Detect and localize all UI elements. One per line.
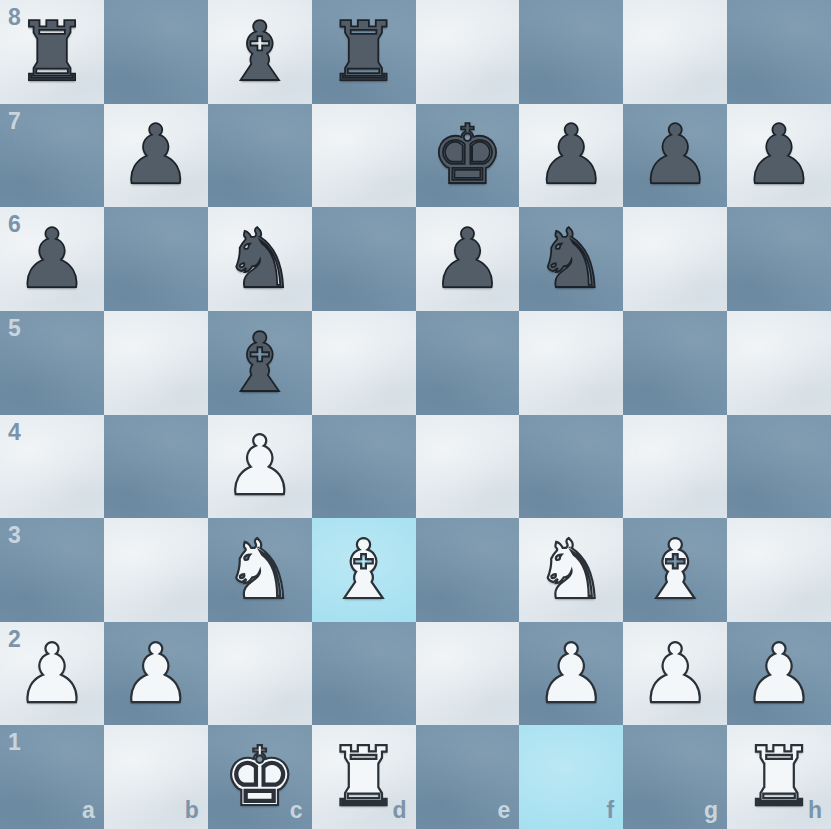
piece-white-pawn[interactable]: ♟ — [727, 622, 831, 726]
square-a4[interactable]: 4 — [0, 415, 104, 519]
square-c1[interactable]: c♚ — [208, 725, 312, 829]
square-e6[interactable]: ♟ — [416, 207, 520, 311]
square-h3[interactable] — [727, 518, 831, 622]
rank-label-3: 3 — [8, 524, 21, 547]
square-e2[interactable] — [416, 622, 520, 726]
file-label-e: e — [498, 799, 511, 822]
square-a5[interactable]: 5 — [0, 311, 104, 415]
piece-white-pawn[interactable]: ♟ — [104, 622, 208, 726]
square-c5[interactable]: ♝ — [208, 311, 312, 415]
square-h8[interactable] — [727, 0, 831, 104]
square-b2[interactable]: ♟ — [104, 622, 208, 726]
rank-label-1: 1 — [8, 731, 21, 754]
square-e8[interactable] — [416, 0, 520, 104]
piece-black-bishop[interactable]: ♝ — [208, 0, 312, 104]
rank-label-2: 2 — [8, 628, 21, 651]
square-f7[interactable]: ♟ — [519, 104, 623, 208]
square-b3[interactable] — [104, 518, 208, 622]
file-label-a: a — [82, 799, 95, 822]
square-g1[interactable]: g — [623, 725, 727, 829]
square-f4[interactable] — [519, 415, 623, 519]
piece-white-pawn[interactable]: ♟ — [208, 415, 312, 519]
square-f3[interactable]: ♞ — [519, 518, 623, 622]
square-c7[interactable] — [208, 104, 312, 208]
square-h6[interactable] — [727, 207, 831, 311]
rank-label-5: 5 — [8, 317, 21, 340]
square-h1[interactable]: h♜ — [727, 725, 831, 829]
square-h2[interactable]: ♟ — [727, 622, 831, 726]
square-d5[interactable] — [312, 311, 416, 415]
square-f5[interactable] — [519, 311, 623, 415]
piece-white-bishop[interactable]: ♝ — [623, 518, 727, 622]
square-b6[interactable] — [104, 207, 208, 311]
square-b7[interactable]: ♟ — [104, 104, 208, 208]
square-g8[interactable] — [623, 0, 727, 104]
piece-black-pawn[interactable]: ♟ — [416, 207, 520, 311]
piece-black-pawn[interactable]: ♟ — [104, 104, 208, 208]
file-label-h: h — [808, 799, 822, 822]
square-a2[interactable]: 2♟ — [0, 622, 104, 726]
square-h4[interactable] — [727, 415, 831, 519]
file-label-f: f — [607, 799, 615, 822]
file-label-c: c — [290, 799, 303, 822]
square-c4[interactable]: ♟ — [208, 415, 312, 519]
square-e3[interactable] — [416, 518, 520, 622]
square-h7[interactable]: ♟ — [727, 104, 831, 208]
chess-board-wrap: 8♜♝♜7♟♚♟♟♟6♟♞♟♞5♝4♟3♞♝♞♝2♟♟♟♟♟1abc♚d♜efg… — [0, 0, 831, 829]
square-b4[interactable] — [104, 415, 208, 519]
square-f2[interactable]: ♟ — [519, 622, 623, 726]
square-d7[interactable] — [312, 104, 416, 208]
piece-black-king[interactable]: ♚ — [416, 104, 520, 208]
file-label-g: g — [704, 799, 718, 822]
file-label-d: d — [392, 799, 406, 822]
square-e1[interactable]: e — [416, 725, 520, 829]
square-d8[interactable]: ♜ — [312, 0, 416, 104]
rank-label-6: 6 — [8, 213, 21, 236]
square-c6[interactable]: ♞ — [208, 207, 312, 311]
rank-label-4: 4 — [8, 421, 21, 444]
piece-white-pawn[interactable]: ♟ — [519, 622, 623, 726]
square-d6[interactable] — [312, 207, 416, 311]
rank-label-7: 7 — [8, 110, 21, 133]
square-c8[interactable]: ♝ — [208, 0, 312, 104]
square-a1[interactable]: 1a — [0, 725, 104, 829]
square-e5[interactable] — [416, 311, 520, 415]
square-g3[interactable]: ♝ — [623, 518, 727, 622]
piece-white-bishop[interactable]: ♝ — [312, 518, 416, 622]
rank-label-8: 8 — [8, 6, 21, 29]
square-d4[interactable] — [312, 415, 416, 519]
square-h5[interactable] — [727, 311, 831, 415]
piece-white-knight[interactable]: ♞ — [519, 518, 623, 622]
square-f1[interactable]: f — [519, 725, 623, 829]
piece-white-pawn[interactable]: ♟ — [623, 622, 727, 726]
piece-black-pawn[interactable]: ♟ — [519, 104, 623, 208]
square-c2[interactable] — [208, 622, 312, 726]
piece-black-bishop[interactable]: ♝ — [208, 311, 312, 415]
square-a7[interactable]: 7 — [0, 104, 104, 208]
square-a3[interactable]: 3 — [0, 518, 104, 622]
square-a8[interactable]: 8♜ — [0, 0, 104, 104]
file-label-b: b — [185, 799, 199, 822]
piece-black-rook[interactable]: ♜ — [312, 0, 416, 104]
square-a6[interactable]: 6♟ — [0, 207, 104, 311]
square-g7[interactable]: ♟ — [623, 104, 727, 208]
square-e4[interactable] — [416, 415, 520, 519]
square-d1[interactable]: d♜ — [312, 725, 416, 829]
piece-black-pawn[interactable]: ♟ — [623, 104, 727, 208]
square-g5[interactable] — [623, 311, 727, 415]
square-d2[interactable] — [312, 622, 416, 726]
square-e7[interactable]: ♚ — [416, 104, 520, 208]
square-g6[interactable] — [623, 207, 727, 311]
square-g2[interactable]: ♟ — [623, 622, 727, 726]
square-g4[interactable] — [623, 415, 727, 519]
piece-white-knight[interactable]: ♞ — [208, 518, 312, 622]
square-b1[interactable]: b — [104, 725, 208, 829]
piece-black-knight[interactable]: ♞ — [519, 207, 623, 311]
square-b5[interactable] — [104, 311, 208, 415]
chess-board: 8♜♝♜7♟♚♟♟♟6♟♞♟♞5♝4♟3♞♝♞♝2♟♟♟♟♟1abc♚d♜efg… — [0, 0, 831, 829]
square-f8[interactable] — [519, 0, 623, 104]
piece-black-knight[interactable]: ♞ — [208, 207, 312, 311]
square-c3[interactable]: ♞ — [208, 518, 312, 622]
square-d3[interactable]: ♝ — [312, 518, 416, 622]
square-f6[interactable]: ♞ — [519, 207, 623, 311]
piece-black-pawn[interactable]: ♟ — [727, 104, 831, 208]
square-b8[interactable] — [104, 0, 208, 104]
